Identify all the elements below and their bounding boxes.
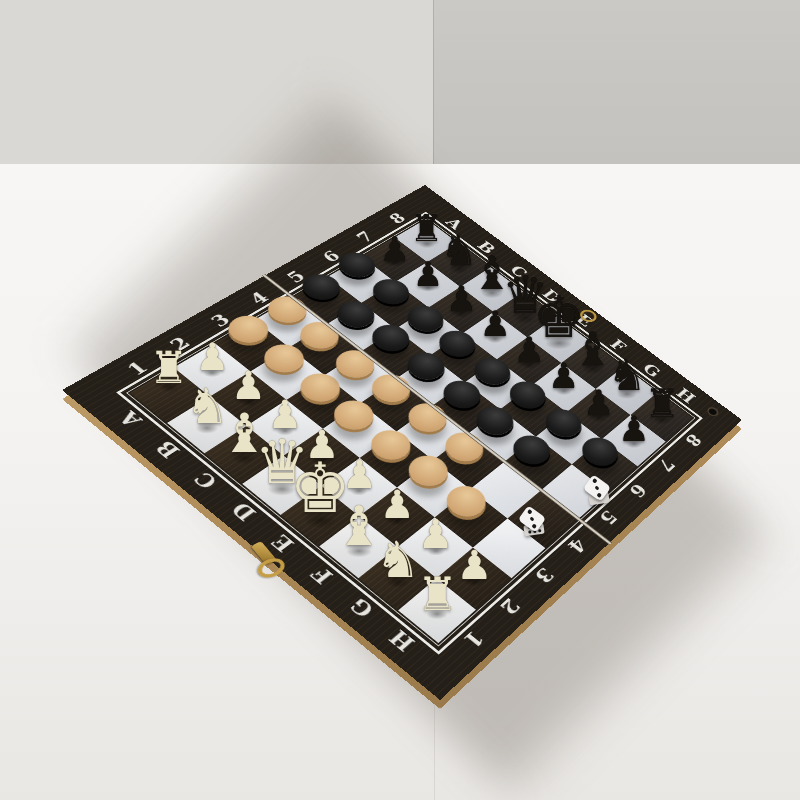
border-hole — [707, 407, 718, 416]
wall-corner — [433, 0, 800, 165]
photo-stage: AABBCCDDEEFFGGHH1122334455667788 ♜♟♞♟♝♟♛… — [0, 0, 800, 800]
